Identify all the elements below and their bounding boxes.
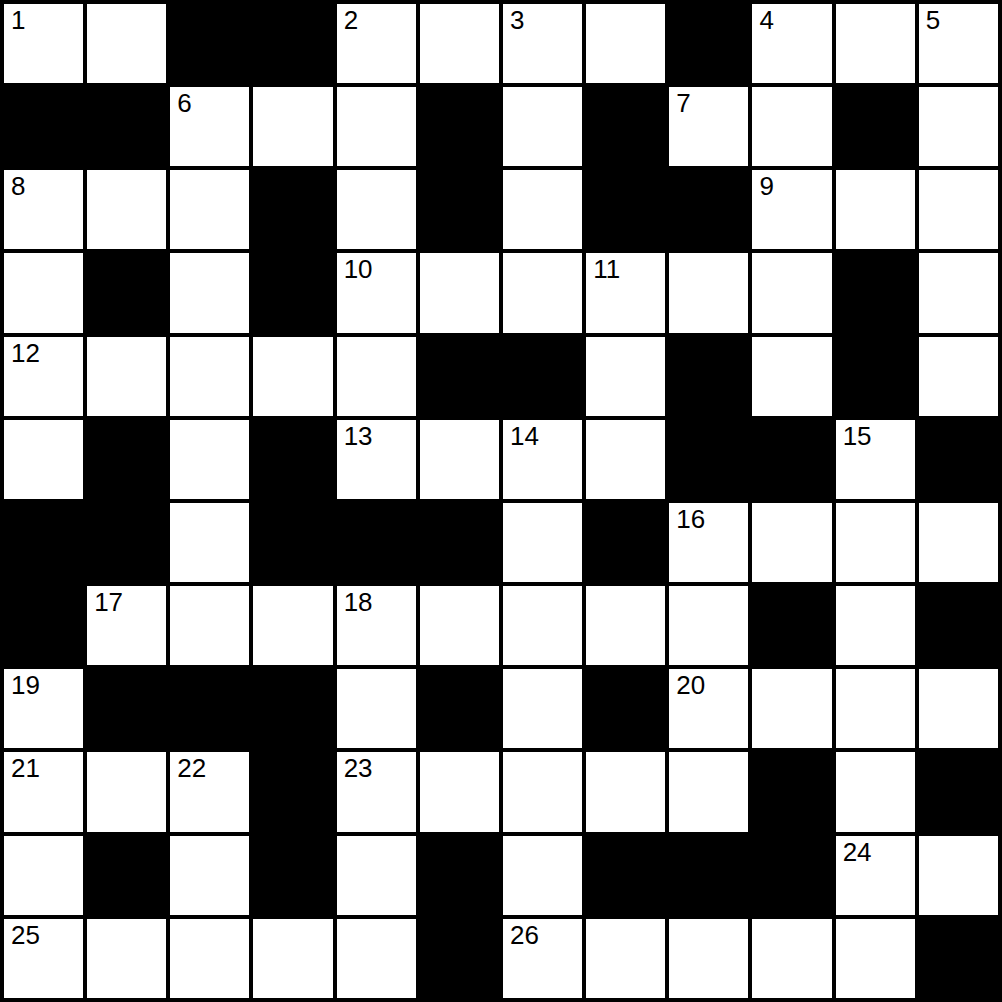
letter-cell[interactable] [2, 251, 85, 334]
letter-cell[interactable] [501, 501, 584, 584]
blocked-cell [834, 335, 917, 418]
clue-number: 25 [11, 921, 40, 951]
blocked-cell [251, 2, 334, 85]
letter-cell[interactable] [917, 251, 1000, 334]
letter-cell[interactable] [85, 335, 168, 418]
letter-cell[interactable] [335, 917, 418, 1000]
letter-cell[interactable] [834, 584, 917, 667]
letter-cell[interactable]: 19 [2, 667, 85, 750]
letter-cell[interactable]: 2 [335, 2, 418, 85]
letter-cell[interactable]: 15 [834, 418, 917, 501]
clue-number: 18 [344, 588, 373, 618]
clue-number: 7 [676, 89, 690, 119]
letter-cell[interactable]: 10 [335, 251, 418, 334]
letter-cell[interactable] [85, 2, 168, 85]
letter-cell[interactable] [85, 168, 168, 251]
letter-cell[interactable] [418, 418, 501, 501]
blocked-cell [917, 917, 1000, 1000]
letter-cell[interactable]: 1 [2, 2, 85, 85]
letter-cell[interactable]: 4 [750, 2, 833, 85]
blocked-cell [834, 251, 917, 334]
clue-number: 5 [926, 6, 940, 36]
blocked-cell [2, 85, 85, 168]
blocked-cell [834, 85, 917, 168]
letter-cell[interactable] [750, 335, 833, 418]
blocked-cell [917, 584, 1000, 667]
letter-cell[interactable] [667, 251, 750, 334]
letter-cell[interactable] [667, 584, 750, 667]
letter-cell[interactable] [85, 750, 168, 833]
blocked-cell [750, 584, 833, 667]
letter-cell[interactable]: 18 [335, 584, 418, 667]
letter-cell[interactable] [251, 85, 334, 168]
letter-cell[interactable]: 5 [917, 2, 1000, 85]
blocked-cell [418, 917, 501, 1000]
letter-cell[interactable] [501, 584, 584, 667]
letter-cell[interactable]: 21 [2, 750, 85, 833]
blocked-cell [418, 834, 501, 917]
clue-number: 17 [94, 588, 123, 618]
letter-cell[interactable] [917, 168, 1000, 251]
letter-cell[interactable] [501, 251, 584, 334]
letter-cell[interactable] [335, 168, 418, 251]
clue-number: 22 [177, 754, 206, 784]
clue-number: 12 [11, 339, 40, 369]
blocked-cell [418, 85, 501, 168]
letter-cell[interactable] [750, 667, 833, 750]
blocked-cell [85, 85, 168, 168]
blocked-cell [418, 501, 501, 584]
letter-cell[interactable] [750, 501, 833, 584]
letter-cell[interactable] [917, 85, 1000, 168]
blocked-cell [251, 168, 334, 251]
letter-cell[interactable] [418, 750, 501, 833]
letter-cell[interactable] [501, 667, 584, 750]
blocked-cell [584, 168, 667, 251]
clue-number: 2 [344, 6, 358, 36]
letter-cell[interactable] [584, 2, 667, 85]
clue-number: 3 [510, 6, 524, 36]
blocked-cell [85, 418, 168, 501]
blocked-cell [251, 251, 334, 334]
blocked-cell [85, 667, 168, 750]
clue-number: 4 [759, 6, 773, 36]
letter-cell[interactable]: 23 [335, 750, 418, 833]
letter-cell[interactable] [834, 750, 917, 833]
letter-cell[interactable] [168, 917, 251, 1000]
blocked-cell [251, 501, 334, 584]
blocked-cell [418, 667, 501, 750]
letter-cell[interactable]: 7 [667, 85, 750, 168]
letter-cell[interactable] [917, 335, 1000, 418]
blocked-cell [418, 335, 501, 418]
letter-cell[interactable] [501, 168, 584, 251]
clue-number: 11 [593, 255, 620, 285]
letter-cell[interactable] [834, 667, 917, 750]
letter-cell[interactable] [335, 85, 418, 168]
letter-cell[interactable] [917, 667, 1000, 750]
blocked-cell [168, 2, 251, 85]
clue-number: 13 [344, 422, 373, 452]
letter-cell[interactable]: 9 [750, 168, 833, 251]
blocked-cell [2, 584, 85, 667]
letter-cell[interactable]: 24 [834, 834, 917, 917]
letter-cell[interactable] [168, 834, 251, 917]
letter-cell[interactable] [917, 834, 1000, 917]
letter-cell[interactable]: 3 [501, 2, 584, 85]
letter-cell[interactable] [750, 917, 833, 1000]
blocked-cell [667, 2, 750, 85]
letter-cell[interactable] [335, 834, 418, 917]
letter-cell[interactable] [750, 85, 833, 168]
letter-cell[interactable] [667, 750, 750, 833]
blocked-cell [584, 501, 667, 584]
letter-cell[interactable] [335, 667, 418, 750]
blocked-cell [251, 834, 334, 917]
blocked-cell [251, 418, 334, 501]
letter-cell[interactable] [168, 501, 251, 584]
blocked-cell [667, 418, 750, 501]
letter-cell[interactable] [168, 251, 251, 334]
clue-number: 21 [11, 754, 40, 784]
letter-cell[interactable] [168, 168, 251, 251]
blocked-cell [750, 834, 833, 917]
clue-number: 24 [843, 838, 872, 868]
letter-cell[interactable] [584, 917, 667, 1000]
letter-cell[interactable]: 20 [667, 667, 750, 750]
blocked-cell [501, 335, 584, 418]
blocked-cell [85, 251, 168, 334]
letter-cell[interactable]: 16 [667, 501, 750, 584]
letter-cell[interactable]: 25 [2, 917, 85, 1000]
letter-cell[interactable] [501, 834, 584, 917]
clue-number: 19 [11, 671, 40, 701]
letter-cell[interactable] [834, 501, 917, 584]
blocked-cell [335, 501, 418, 584]
letter-cell[interactable] [251, 917, 334, 1000]
letter-cell[interactable] [168, 335, 251, 418]
blocked-cell [917, 418, 1000, 501]
clue-number: 10 [344, 255, 373, 285]
blocked-cell [85, 501, 168, 584]
clue-number: 20 [676, 671, 705, 701]
letter-cell[interactable] [834, 2, 917, 85]
letter-cell[interactable]: 13 [335, 418, 418, 501]
clue-number: 6 [177, 89, 191, 119]
letter-cell[interactable] [834, 168, 917, 251]
letter-cell[interactable] [85, 917, 168, 1000]
blocked-cell [667, 168, 750, 251]
clue-number: 23 [344, 754, 373, 784]
clue-number: 8 [11, 172, 25, 202]
blocked-cell [584, 834, 667, 917]
clue-number: 15 [843, 422, 872, 452]
letter-cell[interactable] [584, 418, 667, 501]
letter-cell[interactable]: 6 [168, 85, 251, 168]
blocked-cell [251, 667, 334, 750]
blocked-cell [917, 750, 1000, 833]
letter-cell[interactable] [501, 750, 584, 833]
letter-cell[interactable] [584, 335, 667, 418]
clue-number: 1 [11, 6, 25, 36]
letter-cell[interactable] [750, 251, 833, 334]
letter-cell[interactable] [917, 501, 1000, 584]
letter-cell[interactable] [501, 85, 584, 168]
blocked-cell [418, 168, 501, 251]
letter-cell[interactable] [418, 584, 501, 667]
blocked-cell [251, 750, 334, 833]
letter-cell[interactable] [584, 750, 667, 833]
blocked-cell [2, 501, 85, 584]
letter-cell[interactable] [168, 584, 251, 667]
letter-cell[interactable]: 26 [501, 917, 584, 1000]
blocked-cell [750, 418, 833, 501]
letter-cell[interactable] [251, 584, 334, 667]
letter-cell[interactable]: 14 [501, 418, 584, 501]
blocked-cell [667, 335, 750, 418]
blocked-cell [85, 834, 168, 917]
clue-number: 26 [510, 921, 539, 951]
blocked-cell [168, 667, 251, 750]
blocked-cell [667, 834, 750, 917]
letter-cell[interactable] [251, 335, 334, 418]
letter-cell[interactable]: 17 [85, 584, 168, 667]
blocked-cell [584, 85, 667, 168]
letter-cell[interactable] [2, 418, 85, 501]
clue-number: 14 [510, 422, 539, 452]
letter-cell[interactable]: 22 [168, 750, 251, 833]
blocked-cell [750, 750, 833, 833]
clue-number: 16 [676, 505, 705, 535]
blocked-cell [584, 667, 667, 750]
letter-cell[interactable] [418, 251, 501, 334]
clue-number: 9 [759, 172, 773, 202]
letter-cell[interactable]: 12 [2, 335, 85, 418]
letter-cell[interactable] [168, 418, 251, 501]
letter-cell[interactable] [335, 335, 418, 418]
letter-cell[interactable] [2, 834, 85, 917]
letter-cell[interactable] [584, 584, 667, 667]
letter-cell[interactable] [418, 2, 501, 85]
letter-cell[interactable] [834, 917, 917, 1000]
letter-cell[interactable]: 8 [2, 168, 85, 251]
crossword-board: 1234567891011121314151617181920212223242… [0, 0, 1002, 1002]
letter-cell[interactable] [667, 917, 750, 1000]
letter-cell[interactable]: 11 [584, 251, 667, 334]
